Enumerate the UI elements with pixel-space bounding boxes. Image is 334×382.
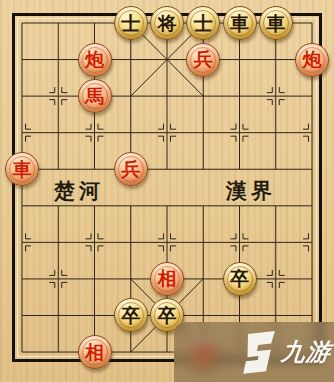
piece-red-soldier-2[interactable]: 兵 [114,152,148,186]
piece-black-soldier-2[interactable]: 卒 [114,298,148,332]
piece-label: 車 [266,14,285,33]
river-label-han-jie: 漢界 [216,177,286,205]
piece-label: 卒 [121,306,140,325]
piece-red-cannon-1[interactable]: 炮 [78,43,112,77]
piece-black-soldier-1[interactable]: 卒 [223,262,257,296]
watermark: 九游 [174,322,334,382]
piece-label: 車 [230,14,249,33]
piece-label: 卒 [230,269,249,288]
piece-label: 士 [194,14,213,33]
piece-label: 士 [121,14,140,33]
piece-black-chariot-1[interactable]: 車 [223,6,257,40]
piece-red-elephant-2[interactable]: 相 [78,335,112,369]
river-label-chu-he: 楚河 [44,177,114,205]
piece-red-elephant-1[interactable]: 相 [150,262,184,296]
piece-label: 炮 [85,50,104,69]
piece-label: 兵 [121,160,140,179]
jiuyou-logo-icon [234,327,283,377]
piece-label: 馬 [85,87,104,106]
piece-black-chariot-2[interactable]: 車 [259,6,293,40]
xiangqi-app: 楚河 漢界 士将士車車炮兵炮馬車兵相卒卒卒相帥 九游 [0,0,334,382]
piece-black-advisor-left[interactable]: 士 [114,6,148,40]
piece-red-cannon-2[interactable]: 炮 [295,43,329,77]
piece-label: 炮 [303,50,322,69]
piece-label: 将 [158,14,177,33]
piece-label: 相 [158,269,177,288]
piece-red-soldier-1[interactable]: 兵 [186,43,220,77]
piece-black-general[interactable]: 将 [150,6,184,40]
piece-black-advisor-right[interactable]: 士 [186,6,220,40]
piece-red-horse[interactable]: 馬 [78,79,112,113]
watermark-text: 九游 [279,336,332,368]
piece-label: 卒 [158,306,177,325]
piece-label: 車 [13,160,32,179]
piece-red-chariot[interactable]: 車 [5,152,39,186]
piece-label: 相 [85,343,104,362]
piece-label: 兵 [194,50,213,69]
